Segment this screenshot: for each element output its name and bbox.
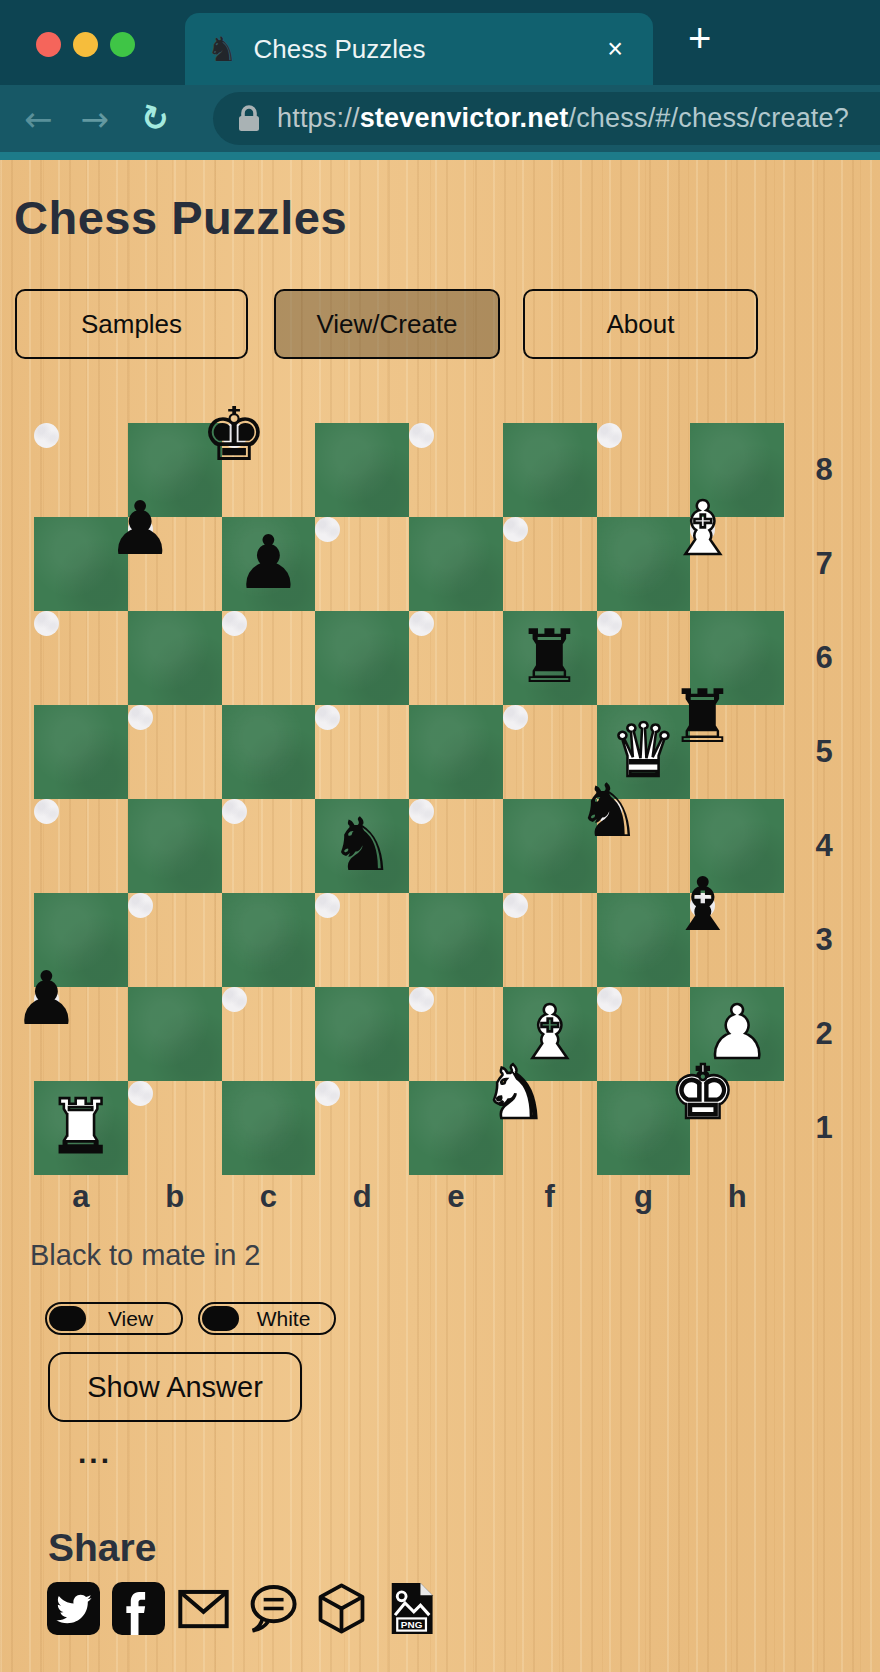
file-label-b: b [128,1179,222,1215]
square-b2[interactable] [128,987,222,1081]
white-rook: ♜ [48,1089,114,1163]
square-b1[interactable] [128,1081,153,1106]
png-image-icon[interactable]: PNG [384,1582,437,1635]
square-g2[interactable] [597,987,622,1012]
square-e3[interactable] [409,893,503,987]
view-edit-toggle[interactable]: View [45,1302,183,1335]
square-e7[interactable] [409,517,503,611]
file-label-e: e [409,1179,503,1215]
file-label-g: g [597,1179,691,1215]
square-a2[interactable]: ♟ [34,987,59,1012]
url-domain: stevenvictor.net [360,103,569,133]
chess-puzzles-page: Chess Puzzles Samples View/Create About … [0,160,880,1672]
board-area: ♚♟♟♝♜♛♜♞♞♝♟♝♟♜♞♚ 87654321 abcdefgh [34,423,784,1215]
square-f1[interactable]: ♞ [503,1081,528,1106]
twitter-icon[interactable] [47,1582,100,1635]
black-bishop: ♝ [670,867,736,941]
rank-label-6: 6 [796,611,852,705]
window-controls [36,32,135,57]
square-h3[interactable]: ♝ [690,893,715,918]
black-knight: ♞ [329,807,395,881]
square-f6[interactable]: ♜ [503,611,597,705]
square-a1[interactable]: ♜ [34,1081,128,1175]
black-rook: ♜ [516,619,582,693]
forward-icon[interactable]: → [81,102,110,136]
rank-label-1: 1 [796,1081,852,1175]
page-title: Chess Puzzles [0,160,880,245]
package-icon[interactable] [315,1582,368,1635]
square-c5[interactable] [222,705,316,799]
toggle-knob [49,1306,86,1331]
browser-chrome: ♞ Chess Puzzles × + ← → ↻ https://steven… [0,0,880,160]
square-c7[interactable]: ♟ [222,517,316,611]
square-d1[interactable] [315,1081,340,1106]
rank-label-5: 5 [796,705,852,799]
rank-labels: 87654321 [796,423,852,1175]
back-icon[interactable]: ← [24,102,53,136]
square-d3[interactable] [315,893,340,918]
white-king: ♚ [670,1055,736,1129]
reload-icon[interactable]: ↻ [136,96,173,141]
about-button[interactable]: About [523,289,758,359]
chess-knight-favicon: ♞ [207,32,237,66]
square-g4[interactable]: ♞ [597,799,622,824]
square-b5[interactable] [128,705,153,730]
tab-close-icon[interactable]: × [599,30,631,69]
square-d2[interactable] [315,987,409,1081]
toggle-row: View White [45,1302,880,1335]
url-bar: ← → ↻ https://stevenvictor.net/chess/#/c… [0,85,880,152]
new-tab-button[interactable]: + [688,18,711,58]
tab-title: Chess Puzzles [253,34,599,65]
ellipsis-text: ... [78,1436,880,1470]
black-pawn: ♟ [235,525,301,599]
square-b3[interactable] [128,893,153,918]
sms-icon[interactable] [246,1582,299,1635]
view-create-button[interactable]: View/Create [274,289,500,359]
file-labels: abcdefgh [34,1179,784,1215]
square-h5[interactable]: ♜ [690,705,715,730]
square-d7[interactable] [315,517,340,542]
square-b4[interactable] [128,799,222,893]
square-e5[interactable] [409,705,503,799]
toggle-knob [202,1306,239,1331]
square-f5[interactable] [503,705,528,730]
square-d8[interactable] [315,423,409,517]
lock-icon [237,104,261,134]
square-e8[interactable] [409,423,434,448]
file-label-f: f [503,1179,597,1215]
rank-label-3: 3 [796,893,852,987]
black-king: ♚ [201,397,267,471]
rank-label-7: 7 [796,517,852,611]
black-pawn: ♟ [13,961,79,1035]
file-label-a: a [34,1179,128,1215]
square-a4[interactable] [34,799,59,824]
chess-board: ♚♟♟♝♜♛♜♞♞♝♟♝♟♜♞♚ [34,423,784,1175]
browser-tab[interactable]: ♞ Chess Puzzles × [185,13,653,85]
square-d6[interactable] [315,611,409,705]
square-b6[interactable] [128,611,222,705]
square-b7[interactable]: ♟ [128,517,153,542]
black-pawn: ♟ [107,491,173,565]
square-c8[interactable]: ♚ [222,423,247,448]
close-window-button[interactable] [36,32,61,57]
address-field[interactable]: https://stevenvictor.net/chess/#/chess/c… [213,92,880,145]
square-a8[interactable] [34,423,59,448]
square-f7[interactable] [503,517,528,542]
puzzle-status-text: Black to mate in 2 [30,1239,880,1272]
white-black-toggle[interactable]: White [198,1302,336,1335]
file-label-d: d [315,1179,409,1215]
square-e6[interactable] [409,611,434,636]
square-e2[interactable] [409,987,434,1012]
square-f3[interactable] [503,893,528,918]
facebook-icon[interactable] [112,1582,165,1635]
square-c1[interactable] [222,1081,316,1175]
square-h1[interactable]: ♚ [690,1081,715,1106]
file-label-h: h [690,1179,784,1215]
minimize-window-button[interactable] [73,32,98,57]
square-c4[interactable] [222,799,247,824]
url-path: /chess/#/chess/create? [568,103,849,133]
toggle-label: View [86,1307,181,1331]
rank-label-8: 8 [796,423,852,517]
share-title: Share [48,1526,880,1570]
toggle-label: White [239,1307,334,1331]
square-g6[interactable] [597,611,622,636]
svg-text:PNG: PNG [401,1619,423,1630]
samples-button[interactable]: Samples [15,289,248,359]
white-bishop: ♝ [670,491,736,565]
url-text: https://stevenvictor.net/chess/#/chess/c… [277,103,849,134]
square-c6[interactable] [222,611,247,636]
square-g8[interactable] [597,423,622,448]
black-rook: ♜ [670,679,736,753]
show-answer-button[interactable]: Show Answer [48,1352,302,1422]
chrome-bottom-edge [0,152,880,160]
nav-buttons: Samples View/Create About [15,289,880,359]
square-f8[interactable] [503,423,597,517]
square-a5[interactable] [34,705,128,799]
rank-label-2: 2 [796,987,852,1081]
black-knight: ♞ [576,773,642,847]
square-c2[interactable] [222,987,247,1012]
tab-bar: ♞ Chess Puzzles × + [0,0,880,85]
file-label-c: c [222,1179,316,1215]
square-e4[interactable] [409,799,434,824]
square-d4[interactable]: ♞ [315,799,409,893]
rank-label-4: 4 [796,799,852,893]
share-icons-row: PNG [47,1582,880,1635]
email-icon[interactable] [177,1582,230,1635]
square-c3[interactable] [222,893,316,987]
square-d5[interactable] [315,705,340,730]
square-h7[interactable]: ♝ [690,517,715,542]
white-knight: ♞ [482,1055,548,1129]
zoom-window-button[interactable] [110,32,135,57]
square-a6[interactable] [34,611,59,636]
url-scheme: https:// [277,103,360,133]
